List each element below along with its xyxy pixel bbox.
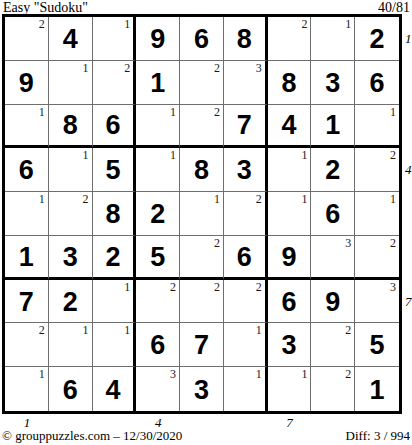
pencil-mark: 1 <box>390 192 396 206</box>
pencil-mark: 2 <box>39 323 45 337</box>
given-digit: 1 <box>325 112 340 139</box>
given-digit: 1 <box>370 377 385 404</box>
cell-r6c4[interactable]: 5 <box>136 236 180 280</box>
cell-r9c6[interactable]: 1 <box>224 367 268 411</box>
cell-r6c6[interactable]: 6 <box>224 236 268 280</box>
given-digit: 5 <box>370 332 385 359</box>
given-digit: 4 <box>282 112 297 139</box>
given-digit: 9 <box>19 70 34 97</box>
given-digit: 1 <box>19 244 34 271</box>
pencil-mark: 1 <box>170 105 176 119</box>
given-digit: 5 <box>150 244 165 271</box>
cell-r2c4[interactable]: 1 <box>136 61 180 105</box>
pencil-mark: 1 <box>39 192 45 206</box>
cell-r6c3[interactable]: 2 <box>93 236 137 280</box>
pencil-mark: 2 <box>390 236 396 250</box>
pencil-mark: 2 <box>214 236 220 250</box>
cell-r3c2[interactable]: 8 <box>49 105 93 149</box>
cell-r3c8[interactable]: 1 <box>311 105 355 149</box>
pencil-mark: 2 <box>345 323 351 337</box>
given-digit: 6 <box>194 26 209 53</box>
cell-r3c1[interactable]: 1 <box>5 105 49 149</box>
cell-r8c9[interactable]: 5 <box>355 323 399 367</box>
pencil-mark: 1 <box>39 367 45 381</box>
col-label-1: 1 <box>24 415 31 431</box>
pencil-mark: 2 <box>214 280 220 294</box>
row-label-4: 4 <box>405 162 412 178</box>
given-digit: 8 <box>105 201 120 228</box>
cell-r8c4[interactable]: 6 <box>136 323 180 367</box>
cell-r9c8[interactable]: 2 <box>311 367 355 411</box>
pencil-mark: 2 <box>214 105 220 119</box>
given-digit: 6 <box>370 70 385 97</box>
cell-r5c7[interactable]: 1 <box>268 192 312 236</box>
pencil-mark: 2 <box>256 192 262 206</box>
cell-r2c2[interactable]: 1 <box>49 61 93 105</box>
pencil-mark: 1 <box>124 323 130 337</box>
given-digit: 8 <box>194 157 209 184</box>
cell-r7c2[interactable]: 2 <box>49 280 93 324</box>
cell-r2c8[interactable]: 3 <box>311 61 355 105</box>
given-digit: 3 <box>282 332 297 359</box>
cell-r8c8[interactable]: 2 <box>311 323 355 367</box>
pencil-mark: 3 <box>170 367 176 381</box>
cell-r6c9[interactable]: 2 <box>355 236 399 280</box>
cell-r8c3[interactable]: 1 <box>93 323 137 367</box>
cell-r7c6[interactable]: 2 <box>224 280 268 324</box>
given-digit: 9 <box>150 26 165 53</box>
cell-r5c2[interactable]: 2 <box>49 192 93 236</box>
cell-r8c6[interactable]: 1 <box>224 323 268 367</box>
cell-r8c7[interactable]: 3 <box>268 323 312 367</box>
cell-r6c8[interactable]: 3 <box>311 236 355 280</box>
cell-r7c5[interactable]: 2 <box>180 280 224 324</box>
cell-r9c9[interactable]: 1 <box>355 367 399 411</box>
pencil-mark: 2 <box>301 17 307 31</box>
pencil-mark: 1 <box>301 148 307 162</box>
cell-r7c9[interactable]: 3 <box>355 280 399 324</box>
cell-r3c9[interactable]: 1 <box>355 105 399 149</box>
cell-r3c5[interactable]: 2 <box>180 105 224 149</box>
cell-r3c4[interactable]: 1 <box>136 105 180 149</box>
pencil-mark: 2 <box>39 17 45 31</box>
pencil-mark: 1 <box>83 323 89 337</box>
cell-r6c5[interactable]: 2 <box>180 236 224 280</box>
pencil-mark: 2 <box>256 280 262 294</box>
cell-r1c9[interactable]: 2 <box>355 17 399 61</box>
cell-r2c6[interactable]: 3 <box>224 61 268 105</box>
pencil-mark: 1 <box>390 105 396 119</box>
cell-r1c4[interactable]: 9 <box>136 17 180 61</box>
given-digit: 6 <box>63 377 78 404</box>
cell-r9c1[interactable]: 1 <box>5 367 49 411</box>
pencil-mark: 3 <box>390 280 396 294</box>
cell-r6c1[interactable]: 1 <box>5 236 49 280</box>
pencil-mark: 2 <box>345 367 351 381</box>
cell-r4c6[interactable]: 3 <box>224 148 268 192</box>
pencil-mark: 2 <box>214 61 220 75</box>
given-digit: 6 <box>325 201 340 228</box>
cell-r5c1[interactable]: 1 <box>5 192 49 236</box>
cell-r4c5[interactable]: 8 <box>180 148 224 192</box>
pencil-mark: 1 <box>345 17 351 31</box>
cell-r3c6[interactable]: 7 <box>224 105 268 149</box>
col-label-4: 4 <box>155 415 162 431</box>
given-digit: 8 <box>63 112 78 139</box>
given-digit: 3 <box>194 377 209 404</box>
row-label-7: 7 <box>405 294 412 310</box>
cell-r1c6[interactable]: 8 <box>224 17 268 61</box>
cell-r8c5[interactable]: 7 <box>180 323 224 367</box>
cell-r4c9[interactable]: 2 <box>355 148 399 192</box>
cell-r3c3[interactable]: 6 <box>93 105 137 149</box>
pencil-mark: 2 <box>83 192 89 206</box>
cell-r7c4[interactable]: 2 <box>136 280 180 324</box>
given-digit: 6 <box>150 332 165 359</box>
cell-r6c7[interactable]: 9 <box>268 236 312 280</box>
given-digit: 5 <box>105 157 120 184</box>
pencil-mark: 2 <box>390 148 396 162</box>
cell-r9c3[interactable]: 4 <box>93 367 137 411</box>
pencil-mark: 1 <box>214 192 220 206</box>
pencil-mark: 1 <box>170 148 176 162</box>
cell-r7c7[interactable]: 6 <box>268 280 312 324</box>
given-digit: 7 <box>237 112 252 139</box>
pencil-mark: 1 <box>256 367 262 381</box>
cell-r4c2[interactable]: 1 <box>49 148 93 192</box>
cell-r7c3[interactable]: 1 <box>93 280 137 324</box>
cell-r4c7[interactable]: 1 <box>268 148 312 192</box>
pencil-mark: 3 <box>256 61 262 75</box>
cell-r1c7[interactable]: 2 <box>268 17 312 61</box>
cell-r4c4[interactable]: 1 <box>136 148 180 192</box>
cell-r1c1[interactable]: 2 <box>5 17 49 61</box>
cell-r3c7[interactable]: 4 <box>268 105 312 149</box>
given-digit: 3 <box>237 157 252 184</box>
cell-r5c6[interactable]: 2 <box>224 192 268 236</box>
cell-r1c8[interactable]: 1 <box>311 17 355 61</box>
cell-r1c5[interactable]: 6 <box>180 17 224 61</box>
pencil-mark: 1 <box>83 148 89 162</box>
col-label-7: 7 <box>286 415 293 431</box>
cell-r4c3[interactable]: 5 <box>93 148 137 192</box>
cell-r4c8[interactable]: 2 <box>311 148 355 192</box>
cell-r5c5[interactable]: 1 <box>180 192 224 236</box>
given-digit: 2 <box>63 289 78 316</box>
given-digit: 7 <box>19 289 34 316</box>
given-digit: 2 <box>105 244 120 271</box>
pencil-mark: 1 <box>124 280 130 294</box>
cell-r4c1[interactable]: 6 <box>5 148 49 192</box>
given-digit: 3 <box>325 70 340 97</box>
difficulty-text: Diff: 3 / 994 <box>346 428 410 444</box>
cell-r7c1[interactable]: 7 <box>5 280 49 324</box>
given-digit: 2 <box>370 26 385 53</box>
sudoku-page: Easy "Sudoku" 40/81 24196821291212383618… <box>0 0 412 445</box>
given-digit: 6 <box>237 244 252 271</box>
given-digit: 6 <box>105 112 120 139</box>
pencil-mark: 1 <box>124 17 130 31</box>
cell-r9c5[interactable]: 3 <box>180 367 224 411</box>
pencil-mark: 1 <box>301 367 307 381</box>
cell-r9c4[interactable]: 3 <box>136 367 180 411</box>
cell-r2c1[interactable]: 9 <box>5 61 49 105</box>
cell-r5c9[interactable]: 1 <box>355 192 399 236</box>
given-digit: 6 <box>19 157 34 184</box>
given-digit: 9 <box>282 244 297 271</box>
pencil-mark: 1 <box>39 105 45 119</box>
pencil-mark: 1 <box>83 61 89 75</box>
given-digit: 4 <box>105 377 120 404</box>
sudoku-board: 2419682129121238361861274116151831221282… <box>2 14 402 414</box>
pencil-mark: 2 <box>170 280 176 294</box>
cell-r9c2[interactable]: 6 <box>49 367 93 411</box>
cell-r2c3[interactable]: 2 <box>93 61 137 105</box>
cell-r8c1[interactable]: 2 <box>5 323 49 367</box>
cell-r6c2[interactable]: 3 <box>49 236 93 280</box>
given-digit: 2 <box>150 201 165 228</box>
cell-r8c2[interactable]: 1 <box>49 323 93 367</box>
given-digit: 3 <box>63 244 78 271</box>
given-digit: 6 <box>282 289 297 316</box>
pencil-mark: 3 <box>345 236 351 250</box>
cell-r5c3[interactable]: 8 <box>93 192 137 236</box>
given-digit: 8 <box>237 26 252 53</box>
cell-r2c7[interactable]: 8 <box>268 61 312 105</box>
given-digit: 7 <box>194 332 209 359</box>
cell-r7c8[interactable]: 9 <box>311 280 355 324</box>
cell-r1c2[interactable]: 4 <box>49 17 93 61</box>
cell-r2c9[interactable]: 6 <box>355 61 399 105</box>
cell-r9c7[interactable]: 1 <box>268 367 312 411</box>
row-label-1: 1 <box>405 31 412 47</box>
cell-r2c5[interactable]: 2 <box>180 61 224 105</box>
given-digit: 9 <box>325 289 340 316</box>
given-digit: 1 <box>150 70 165 97</box>
cell-r5c4[interactable]: 2 <box>136 192 180 236</box>
pencil-mark: 1 <box>301 192 307 206</box>
given-digit: 4 <box>63 26 78 53</box>
cell-r1c3[interactable]: 1 <box>93 17 137 61</box>
cell-r5c8[interactable]: 6 <box>311 192 355 236</box>
given-digit: 8 <box>282 70 297 97</box>
pencil-mark: 1 <box>256 323 262 337</box>
given-digit: 2 <box>325 157 340 184</box>
pencil-mark: 2 <box>124 61 130 75</box>
